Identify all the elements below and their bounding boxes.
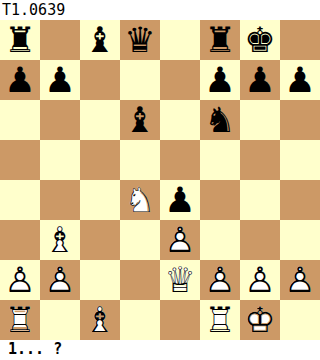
piece-outline: ♙ <box>280 260 320 300</box>
square-e4[interactable]: ♟ <box>160 180 200 220</box>
piece-glyph: ♜ <box>200 20 240 60</box>
piece-outline: ♙ <box>200 260 240 300</box>
square-f4[interactable] <box>200 180 240 220</box>
piece-black-bishop: ♝ <box>80 20 120 60</box>
piece-white-bishop: ♝♗ <box>40 220 80 260</box>
square-b7[interactable]: ♟ <box>40 60 80 100</box>
square-f3[interactable] <box>200 220 240 260</box>
square-e1[interactable] <box>160 300 200 340</box>
piece-outline: ♖ <box>0 300 40 340</box>
piece-white-rook: ♜♖ <box>200 300 240 340</box>
piece-outline: ♘ <box>120 180 160 220</box>
piece-white-bishop: ♝♗ <box>80 300 120 340</box>
square-f1[interactable]: ♜♖ <box>200 300 240 340</box>
square-a5[interactable] <box>0 140 40 180</box>
square-a3[interactable] <box>0 220 40 260</box>
piece-black-pawn: ♟ <box>40 60 80 100</box>
square-a7[interactable]: ♟ <box>0 60 40 100</box>
piece-black-rook: ♜ <box>200 20 240 60</box>
piece-white-pawn: ♟♙ <box>240 260 280 300</box>
piece-outline: ♔ <box>240 300 280 340</box>
square-e5[interactable] <box>160 140 200 180</box>
piece-glyph: ♛ <box>120 20 160 60</box>
square-e2[interactable]: ♛♕ <box>160 260 200 300</box>
square-f8[interactable]: ♜ <box>200 20 240 60</box>
square-g3[interactable] <box>240 220 280 260</box>
piece-white-king: ♚♔ <box>240 300 280 340</box>
square-f5[interactable] <box>200 140 240 180</box>
square-c8[interactable]: ♝ <box>80 20 120 60</box>
piece-black-bishop: ♝ <box>120 100 160 140</box>
chess-board: ♜♝♛♜♚♟♟♟♟♟♝♞♞♘♟♝♗♟♙♟♙♟♙♛♕♟♙♟♙♟♙♜♖♝♗♜♖♚♔ <box>0 20 320 340</box>
chess-app-window: T1.0639 ♜♝♛♜♚♟♟♟♟♟♝♞♞♘♟♝♗♟♙♟♙♟♙♛♕♟♙♟♙♟♙♜… <box>0 0 320 360</box>
piece-white-pawn: ♟♙ <box>200 260 240 300</box>
square-f6[interactable]: ♞ <box>200 100 240 140</box>
piece-black-king: ♚ <box>240 20 280 60</box>
square-b1[interactable] <box>40 300 80 340</box>
square-e3[interactable]: ♟♙ <box>160 220 200 260</box>
piece-glyph: ♟ <box>160 180 200 220</box>
piece-glyph: ♟ <box>200 60 240 100</box>
square-b4[interactable] <box>40 180 80 220</box>
piece-black-pawn: ♟ <box>240 60 280 100</box>
piece-black-knight: ♞ <box>200 100 240 140</box>
piece-glyph: ♟ <box>240 60 280 100</box>
square-c2[interactable] <box>80 260 120 300</box>
square-a8[interactable]: ♜ <box>0 20 40 60</box>
square-h1[interactable] <box>280 300 320 340</box>
square-d4[interactable]: ♞♘ <box>120 180 160 220</box>
piece-black-pawn: ♟ <box>280 60 320 100</box>
piece-glyph: ♞ <box>200 100 240 140</box>
piece-black-pawn: ♟ <box>200 60 240 100</box>
square-d3[interactable] <box>120 220 160 260</box>
piece-outline: ♙ <box>40 260 80 300</box>
square-g4[interactable] <box>240 180 280 220</box>
square-c1[interactable]: ♝♗ <box>80 300 120 340</box>
square-c5[interactable] <box>80 140 120 180</box>
piece-glyph: ♟ <box>40 60 80 100</box>
piece-glyph: ♜ <box>0 20 40 60</box>
piece-glyph: ♝ <box>80 20 120 60</box>
piece-black-pawn: ♟ <box>0 60 40 100</box>
square-d1[interactable] <box>120 300 160 340</box>
square-g2[interactable]: ♟♙ <box>240 260 280 300</box>
square-c3[interactable] <box>80 220 120 260</box>
square-b2[interactable]: ♟♙ <box>40 260 80 300</box>
square-g6[interactable] <box>240 100 280 140</box>
square-b8[interactable] <box>40 20 80 60</box>
square-d8[interactable]: ♛ <box>120 20 160 60</box>
piece-outline: ♖ <box>200 300 240 340</box>
square-h2[interactable]: ♟♙ <box>280 260 320 300</box>
square-d5[interactable] <box>120 140 160 180</box>
square-g5[interactable] <box>240 140 280 180</box>
piece-outline: ♙ <box>160 220 200 260</box>
piece-outline: ♙ <box>0 260 40 300</box>
square-e7[interactable] <box>160 60 200 100</box>
piece-glyph: ♝ <box>120 100 160 140</box>
square-g1[interactable]: ♚♔ <box>240 300 280 340</box>
square-h3[interactable] <box>280 220 320 260</box>
piece-white-pawn: ♟♙ <box>40 260 80 300</box>
piece-outline: ♕ <box>160 260 200 300</box>
square-h6[interactable] <box>280 100 320 140</box>
piece-white-pawn: ♟♙ <box>0 260 40 300</box>
square-c7[interactable] <box>80 60 120 100</box>
square-c4[interactable] <box>80 180 120 220</box>
square-f7[interactable]: ♟ <box>200 60 240 100</box>
square-d6[interactable]: ♝ <box>120 100 160 140</box>
square-b6[interactable] <box>40 100 80 140</box>
piece-glyph: ♟ <box>280 60 320 100</box>
square-g7[interactable]: ♟ <box>240 60 280 100</box>
piece-glyph: ♚ <box>240 20 280 60</box>
piece-white-pawn: ♟♙ <box>160 220 200 260</box>
square-b5[interactable] <box>40 140 80 180</box>
square-h5[interactable] <box>280 140 320 180</box>
square-e8[interactable] <box>160 20 200 60</box>
square-a4[interactable] <box>0 180 40 220</box>
square-e6[interactable] <box>160 100 200 140</box>
square-h4[interactable] <box>280 180 320 220</box>
move-prompt: 1... ? <box>0 340 320 360</box>
square-c6[interactable] <box>80 100 120 140</box>
piece-black-pawn: ♟ <box>160 180 200 220</box>
piece-black-queen: ♛ <box>120 20 160 60</box>
piece-outline: ♗ <box>80 300 120 340</box>
piece-white-queen: ♛♕ <box>160 260 200 300</box>
square-d7[interactable] <box>120 60 160 100</box>
piece-outline: ♙ <box>240 260 280 300</box>
piece-white-knight: ♞♘ <box>120 180 160 220</box>
square-h7[interactable]: ♟ <box>280 60 320 100</box>
square-b3[interactable]: ♝♗ <box>40 220 80 260</box>
piece-black-rook: ♜ <box>0 20 40 60</box>
square-d2[interactable] <box>120 260 160 300</box>
piece-white-rook: ♜♖ <box>0 300 40 340</box>
piece-glyph: ♟ <box>0 60 40 100</box>
square-f2[interactable]: ♟♙ <box>200 260 240 300</box>
square-a1[interactable]: ♜♖ <box>0 300 40 340</box>
square-a2[interactable]: ♟♙ <box>0 260 40 300</box>
square-a6[interactable] <box>0 100 40 140</box>
piece-outline: ♗ <box>40 220 80 260</box>
puzzle-title: T1.0639 <box>0 0 320 20</box>
piece-white-pawn: ♟♙ <box>280 260 320 300</box>
square-h8[interactable] <box>280 20 320 60</box>
square-g8[interactable]: ♚ <box>240 20 280 60</box>
